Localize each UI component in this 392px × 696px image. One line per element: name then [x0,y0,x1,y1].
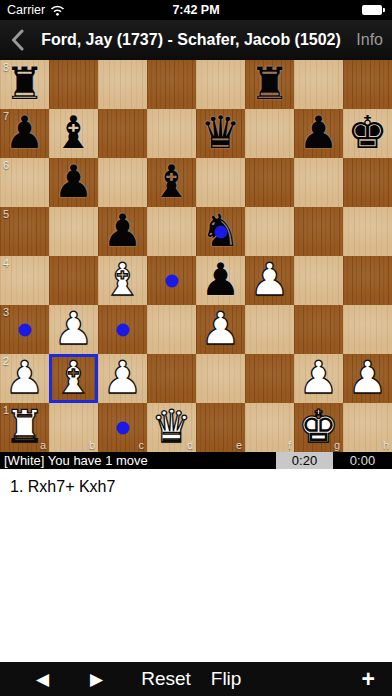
square-h8[interactable] [343,60,392,109]
square-c6[interactable] [98,158,147,207]
white-bishop: ♝ [49,354,98,403]
black-bishop: ♝ [147,158,196,207]
game-title: Ford, Jay (1737) - Schafer, Jacob (1502) [34,31,348,49]
square-a7[interactable]: ♟7 [0,109,49,158]
square-d1[interactable]: ♛d [147,403,196,452]
square-e3[interactable]: ♟ [196,305,245,354]
file-label: h [383,439,389,451]
add-button[interactable]: + [362,664,375,694]
square-b7[interactable]: ♝ [49,109,98,158]
square-c4[interactable]: ♝ [98,256,147,305]
square-f6[interactable] [245,158,294,207]
square-h6[interactable] [343,158,392,207]
square-f5[interactable] [245,207,294,256]
rank-label: 2 [3,355,9,367]
move-text: 1. Rxh7+ Kxh7 [0,469,392,496]
square-d2[interactable] [147,354,196,403]
reset-button[interactable]: Reset [141,668,191,690]
square-g6[interactable] [294,158,343,207]
square-d7[interactable] [147,109,196,158]
rank-label: 3 [3,306,9,318]
square-f7[interactable] [245,109,294,158]
move-list: 1. Rxh7+ Kxh7 [0,469,392,662]
square-f4[interactable]: ♟ [245,256,294,305]
square-g3[interactable] [294,305,343,354]
turn-message: [White] You have 1 move [0,452,276,469]
square-g4[interactable] [294,256,343,305]
file-label: d [187,439,193,451]
plus-icon: + [362,666,375,692]
white-pawn: ♟ [245,256,294,305]
square-g8[interactable] [294,60,343,109]
square-c7[interactable] [98,109,147,158]
white-pawn: ♟ [343,354,392,403]
square-e4[interactable]: ♟ [196,256,245,305]
file-label: a [40,439,46,451]
file-label: c [139,439,145,451]
nav-bar: Ford, Jay (1737) - Schafer, Jacob (1502)… [0,20,392,60]
black-rook: ♜ [245,60,294,109]
clock-time: 7:42 PM [0,3,392,17]
app-window: Carrier 7:42 PM Ford, Jay (1737) - Schaf… [0,0,392,696]
square-h5[interactable] [343,207,392,256]
rank-label: 1 [3,404,9,416]
status-bar: Carrier 7:42 PM [0,0,392,20]
legal-move-dot [116,421,129,434]
square-g7[interactable]: ♟ [294,109,343,158]
back-button[interactable] [0,29,34,51]
square-c8[interactable] [98,60,147,109]
square-e8[interactable] [196,60,245,109]
back-chevron-icon [11,29,24,51]
square-d6[interactable]: ♝ [147,158,196,207]
square-f2[interactable] [245,354,294,403]
black-clock: 0:00 [333,452,392,469]
square-b8[interactable] [49,60,98,109]
square-a4[interactable]: 4 [0,256,49,305]
square-g5[interactable] [294,207,343,256]
square-c1[interactable]: c [98,403,147,452]
white-pawn: ♟ [294,354,343,403]
file-label: g [334,439,340,451]
forward-triangle-icon: ▶ [90,670,103,689]
square-c5[interactable]: ♟ [98,207,147,256]
chess-board: ♜8♜♟7♝♛♟♚6♟♝5♟♞4♝♟♟3♟♟♟2♝♟♟♟♜1abc♛def♚gh [0,60,392,452]
square-a3[interactable]: 3 [0,305,49,354]
toolbar: ◀ ▶ Reset Flip + [0,662,392,696]
square-a8[interactable]: ♜8 [0,60,49,109]
square-f8[interactable]: ♜ [245,60,294,109]
square-c2[interactable]: ♟ [98,354,147,403]
battery-icon [362,5,385,15]
black-pawn: ♟ [98,207,147,256]
prev-move-button[interactable]: ◀ [36,669,49,690]
square-h7[interactable]: ♚ [343,109,392,158]
square-e7[interactable]: ♛ [196,109,245,158]
black-bishop: ♝ [49,109,98,158]
square-c3[interactable] [98,305,147,354]
white-clock: 0:20 [276,452,333,469]
square-d3[interactable] [147,305,196,354]
legal-move-dot [18,323,31,336]
square-e5[interactable]: ♞ [196,207,245,256]
square-a2[interactable]: ♟2 [0,354,49,403]
square-b5[interactable] [49,207,98,256]
square-h1[interactable]: h [343,403,392,452]
black-pawn: ♟ [294,109,343,158]
square-b2[interactable]: ♝ [49,354,98,403]
square-b6[interactable]: ♟ [49,158,98,207]
square-h2[interactable]: ♟ [343,354,392,403]
info-button[interactable]: Info [348,31,392,49]
square-e6[interactable] [196,158,245,207]
square-h4[interactable] [343,256,392,305]
square-a6[interactable]: 6 [0,158,49,207]
square-d8[interactable] [147,60,196,109]
square-d5[interactable] [147,207,196,256]
square-e2[interactable] [196,354,245,403]
legal-move-dot [214,225,227,238]
square-b1[interactable]: b [49,403,98,452]
white-bishop: ♝ [98,256,147,305]
black-king: ♚ [343,109,392,158]
back-triangle-icon: ◀ [36,670,49,689]
white-pawn: ♟ [98,354,147,403]
rank-label: 8 [3,61,9,73]
square-f3[interactable] [245,305,294,354]
flip-button[interactable]: Flip [211,668,242,690]
file-label: f [288,439,291,451]
file-label: b [89,439,95,451]
rank-label: 7 [3,110,9,122]
square-b3[interactable]: ♟ [49,305,98,354]
file-label: e [236,439,242,451]
square-a1[interactable]: ♜1a [0,403,49,452]
legal-move-dot [165,274,178,287]
square-d4[interactable] [147,256,196,305]
legal-move-dot [116,323,129,336]
square-b4[interactable] [49,256,98,305]
status-strip: [White] You have 1 move 0:20 0:00 [0,452,392,469]
rank-label: 6 [3,159,9,171]
white-pawn: ♟ [49,305,98,354]
square-f1[interactable]: f [245,403,294,452]
white-pawn: ♟ [196,305,245,354]
square-g2[interactable]: ♟ [294,354,343,403]
next-move-button[interactable]: ▶ [90,669,103,690]
rank-label: 5 [3,208,9,220]
square-h3[interactable] [343,305,392,354]
square-g1[interactable]: ♚g [294,403,343,452]
square-e1[interactable]: e [196,403,245,452]
black-queen: ♛ [196,109,245,158]
black-pawn: ♟ [196,256,245,305]
black-pawn: ♟ [49,158,98,207]
rank-label: 4 [3,257,9,269]
square-a5[interactable]: 5 [0,207,49,256]
